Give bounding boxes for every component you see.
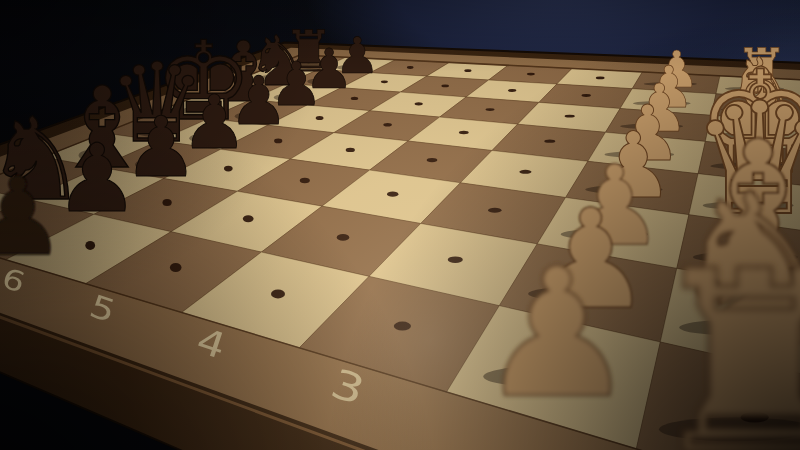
piece-shadow-g7: [307, 78, 342, 85]
piece-shadow-g8: [258, 75, 290, 82]
piece-shadow-h7: [337, 65, 371, 71]
piece-shadow-g2: [633, 101, 691, 105]
piece-shadow-e2: [605, 151, 675, 158]
chess-photo-scene: 6543 ♜♟♞♟♝♟♚♟♟♛♜♟♟♝♞♟♟♞♝♟♟♜♚♟♟♛♟♝♟♞♟♜: [0, 0, 800, 450]
piece-shadow-f8: [223, 89, 256, 97]
piece-shadow-h1: [725, 87, 784, 91]
piece-shadow-d7: [189, 133, 229, 144]
chessboard: 6543 ♜♟♞♟♝♟♚♟♟♛♜♟♟♝♞♟♟♞♝♟♟♜♚♟♟♛♟♝♟♞♟♜: [0, 0, 800, 450]
piece-shadow-c7: [135, 158, 177, 171]
piece-shadow-g1: [721, 107, 786, 111]
piece-shadow-h2: [644, 82, 697, 86]
piece-shadow-e7: [235, 112, 273, 121]
piece-shadow-a2: [483, 366, 602, 387]
piece-shadow-e8: [182, 106, 217, 115]
piece-shadow-f7: [274, 94, 311, 102]
piece-shadow-h8: [289, 62, 320, 68]
piece-shadow-f1: [716, 132, 788, 137]
piece-shadow-d2: [585, 185, 662, 193]
piece-shadow-d1: [703, 201, 794, 210]
piece-shadow-b2: [528, 287, 629, 302]
piece-shadow-c2: [561, 229, 648, 240]
piece-shadow-f2: [620, 124, 683, 129]
piece-shadow-e1: [710, 163, 790, 170]
piece-shadow-b7: [70, 189, 114, 205]
piece-shadow-b1: [679, 320, 800, 336]
piece-shadow-d8: [135, 126, 171, 137]
piece-shadow-c8: [79, 149, 116, 162]
piece-shadow-c1: [693, 251, 798, 263]
piece-shadow-b8: [12, 177, 51, 193]
